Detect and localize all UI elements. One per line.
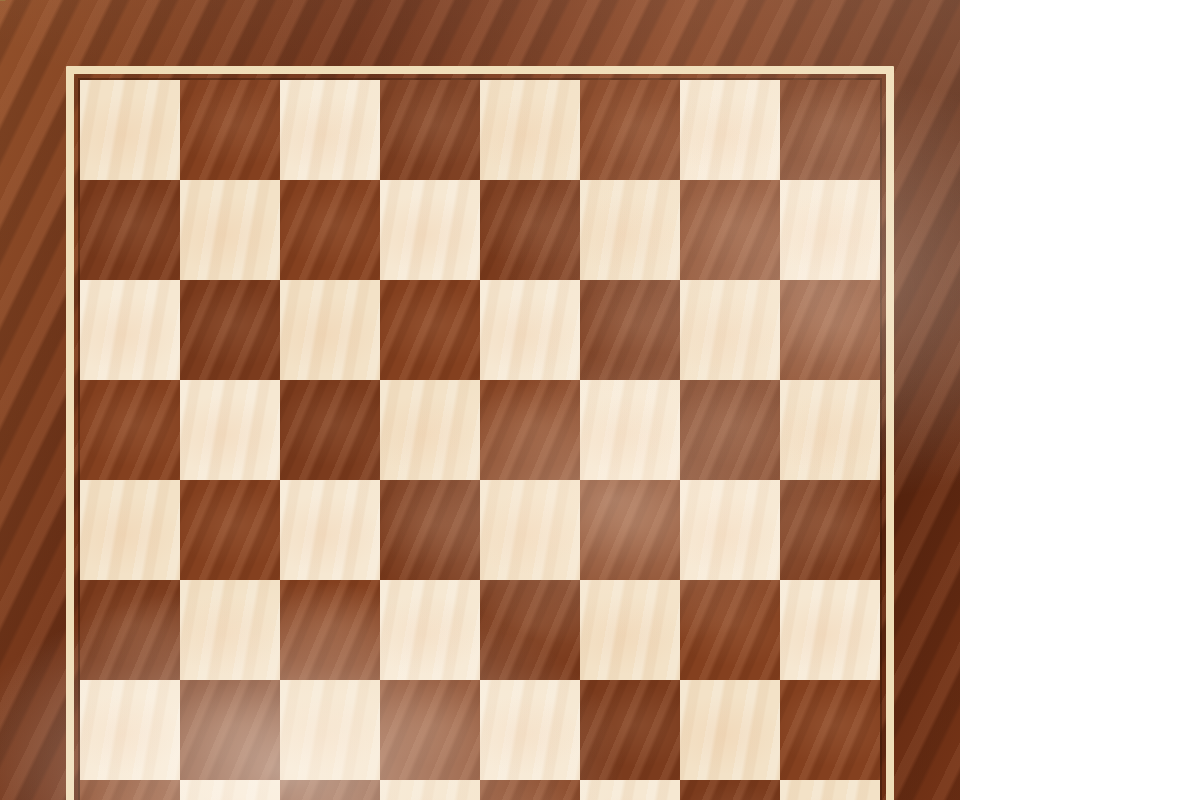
square-c5	[580, 480, 680, 580]
square-d5	[480, 480, 580, 580]
square-h5	[80, 480, 180, 580]
square-a4	[780, 380, 880, 480]
square-a2	[780, 180, 880, 280]
square-e7	[380, 680, 480, 780]
square-g3	[180, 280, 280, 380]
square-b2	[680, 180, 780, 280]
square-f3	[280, 280, 380, 380]
square-f2	[280, 180, 380, 280]
square-f1	[280, 80, 380, 180]
square-e6	[380, 580, 480, 680]
square-d2	[480, 180, 580, 280]
square-b7	[680, 680, 780, 780]
square-a8	[780, 780, 880, 800]
square-h6	[80, 580, 180, 680]
square-b3	[680, 280, 780, 380]
square-b1	[680, 80, 780, 180]
square-a6	[780, 580, 880, 680]
square-h8	[80, 780, 180, 800]
square-b8	[680, 780, 780, 800]
square-c6	[580, 580, 680, 680]
square-f4	[280, 380, 380, 480]
square-f6	[280, 580, 380, 680]
square-d3	[480, 280, 580, 380]
square-g5	[180, 480, 280, 580]
square-h4	[80, 380, 180, 480]
square-g6	[180, 580, 280, 680]
square-d6	[480, 580, 580, 680]
square-g8	[180, 780, 280, 800]
square-e2	[380, 180, 480, 280]
square-e5	[380, 480, 480, 580]
square-e8	[380, 780, 480, 800]
square-a5	[780, 480, 880, 580]
square-d8	[480, 780, 580, 800]
square-g7	[180, 680, 280, 780]
square-c1	[580, 80, 680, 180]
board-grid	[80, 80, 880, 800]
square-c4	[580, 380, 680, 480]
square-h1	[80, 80, 180, 180]
square-d7	[480, 680, 580, 780]
square-c2	[580, 180, 680, 280]
square-d1	[480, 80, 580, 180]
square-e1	[380, 80, 480, 180]
square-e3	[380, 280, 480, 380]
square-b4	[680, 380, 780, 480]
square-g2	[180, 180, 280, 280]
square-e4	[380, 380, 480, 480]
square-b6	[680, 580, 780, 680]
square-g4	[180, 380, 280, 480]
square-h7	[80, 680, 180, 780]
square-a3	[780, 280, 880, 380]
square-a7	[780, 680, 880, 780]
chess-board	[0, 0, 960, 800]
square-c8	[580, 780, 680, 800]
square-g1	[180, 80, 280, 180]
square-a1	[780, 80, 880, 180]
square-b5	[680, 480, 780, 580]
square-f8	[280, 780, 380, 800]
square-f5	[280, 480, 380, 580]
square-d4	[480, 380, 580, 480]
square-c3	[580, 280, 680, 380]
square-f7	[280, 680, 380, 780]
photo-stage: ♜♞♝♚♛♝♞♜♟♟♟♟♟♟♟♟ ♜♞♝♚♛♝♞♜♟♟♟♟♟♟♟♟	[0, 0, 1200, 800]
square-h2	[80, 180, 180, 280]
square-h3	[80, 280, 180, 380]
square-c7	[580, 680, 680, 780]
